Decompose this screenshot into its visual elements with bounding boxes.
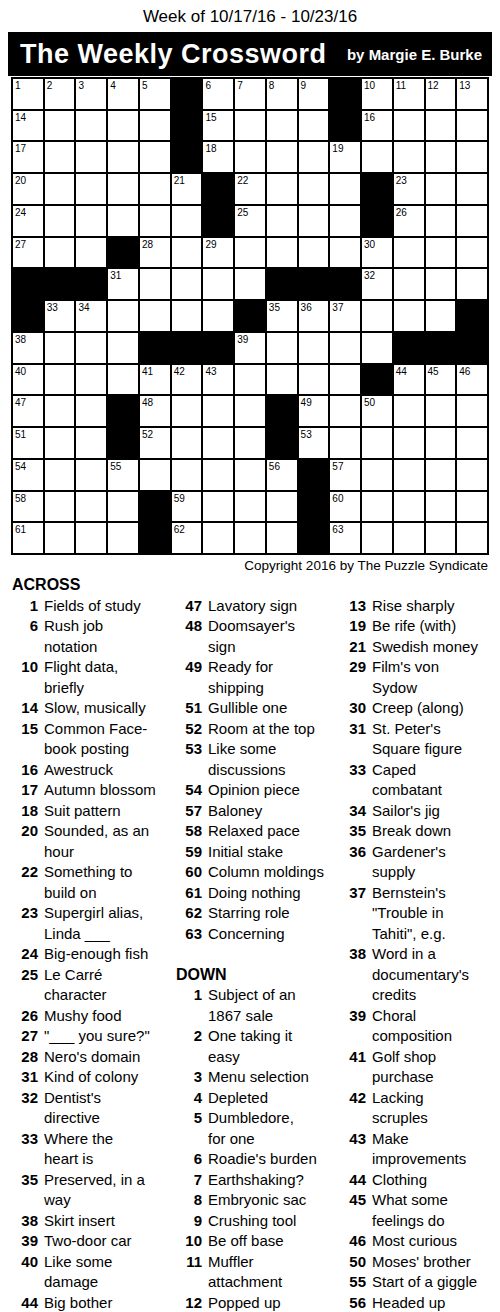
clue-item: 1Subject of an 1867 sale <box>176 985 340 1026</box>
cell-r3c7[interactable]: 18 <box>203 142 233 172</box>
black-cell <box>299 492 329 522</box>
cell-r6c12[interactable]: 30 <box>362 238 392 268</box>
cell-r2c7[interactable]: 15 <box>203 111 233 141</box>
cell-number: 29 <box>205 239 216 250</box>
cell-r3c15[interactable] <box>457 142 487 172</box>
clue-item: 31St. Peter's Square figure <box>340 719 496 760</box>
clue-text: Supergirl alias, Linda ___ <box>44 903 176 944</box>
clue-number: 39 <box>340 1006 366 1047</box>
cell-r1c4[interactable]: 4 <box>108 79 138 109</box>
cell-r13c6[interactable] <box>172 460 202 490</box>
cell-r11c5[interactable]: 48 <box>140 396 170 426</box>
cell-r5c6[interactable] <box>172 206 202 236</box>
cell-r10c3[interactable] <box>76 365 106 395</box>
cell-r2c3[interactable] <box>76 111 106 141</box>
clue-item: 29Film's von Sydow <box>340 657 496 698</box>
clue-text: Big bother <box>44 1293 176 1312</box>
cell-r8c4[interactable] <box>108 301 138 331</box>
cell-r14c11[interactable]: 60 <box>330 492 360 522</box>
cell-r8c11[interactable]: 37 <box>330 301 360 331</box>
cell-r4c11[interactable] <box>330 174 360 204</box>
cell-number: 52 <box>142 429 153 440</box>
cell-r10c10[interactable] <box>299 365 329 395</box>
clue-item: 40Like some damage <box>12 1252 176 1293</box>
cell-r2c10[interactable] <box>299 111 329 141</box>
clue-text: Be rife (with) <box>372 616 496 637</box>
cell-r7c15[interactable] <box>457 269 487 299</box>
cell-r1c10[interactable]: 9 <box>299 79 329 109</box>
cell-r14c8[interactable] <box>235 492 265 522</box>
cell-r10c9[interactable] <box>267 365 297 395</box>
cell-number: 12 <box>428 80 439 91</box>
cell-r6c13[interactable] <box>394 238 424 268</box>
cell-r10c6[interactable]: 42 <box>172 365 202 395</box>
cell-r2c1[interactable]: 14 <box>13 111 43 141</box>
cell-r5c15[interactable] <box>457 206 487 236</box>
cell-r12c6[interactable] <box>172 428 202 458</box>
cell-r15c2[interactable] <box>45 523 75 553</box>
black-cell <box>330 79 360 109</box>
clue-text: Room at the top <box>208 719 340 740</box>
down-clues-part1: 1Subject of an 1867 sale2One taking it e… <box>176 985 340 1312</box>
cell-r12c5[interactable]: 52 <box>140 428 170 458</box>
copyright-line: Copyright 2016 by The Puzzle Syndicate <box>0 558 488 573</box>
cell-r13c13[interactable] <box>394 460 424 490</box>
cell-r13c3[interactable] <box>76 460 106 490</box>
cell-r4c10[interactable] <box>299 174 329 204</box>
black-cell <box>108 428 138 458</box>
cell-r12c7[interactable] <box>203 428 233 458</box>
cell-r5c11[interactable] <box>330 206 360 236</box>
cell-r2c15[interactable] <box>457 111 487 141</box>
clue-text: St. Peter's Square figure <box>372 719 496 760</box>
cell-r15c14[interactable] <box>426 523 456 553</box>
clue-item: 10Flight data, briefly <box>12 657 176 698</box>
black-cell <box>108 396 138 426</box>
cell-r10c15[interactable]: 46 <box>457 365 487 395</box>
cell-r8c12[interactable] <box>362 301 392 331</box>
cell-r7c14[interactable] <box>426 269 456 299</box>
clue-item: 15Common Face- book posting <box>12 719 176 760</box>
cell-r9c11[interactable] <box>330 333 360 363</box>
cell-r3c3[interactable] <box>76 142 106 172</box>
black-cell <box>457 301 487 331</box>
cell-r11c11[interactable] <box>330 396 360 426</box>
black-cell <box>267 396 297 426</box>
cell-r6c7[interactable]: 29 <box>203 238 233 268</box>
cell-r14c4[interactable] <box>108 492 138 522</box>
cell-r13c4[interactable]: 55 <box>108 460 138 490</box>
clue-item: 20Sounded, as an hour <box>12 821 176 862</box>
cell-r2c4[interactable] <box>108 111 138 141</box>
cell-r11c2[interactable] <box>45 396 75 426</box>
cell-r1c2[interactable]: 2 <box>45 79 75 109</box>
cell-r3c9[interactable] <box>267 142 297 172</box>
cell-r5c8[interactable]: 25 <box>235 206 265 236</box>
clue-item: 24Big-enough fish <box>12 944 176 965</box>
cell-r10c5[interactable]: 41 <box>140 365 170 395</box>
cell-r6c2[interactable] <box>45 238 75 268</box>
cell-r11c3[interactable] <box>76 396 106 426</box>
clue-number: 23 <box>12 903 38 944</box>
cell-r9c10[interactable] <box>299 333 329 363</box>
cell-r14c7[interactable] <box>203 492 233 522</box>
cell-r1c7[interactable]: 6 <box>203 79 233 109</box>
cell-r3c8[interactable] <box>235 142 265 172</box>
cell-number: 47 <box>15 397 26 408</box>
cell-r6c6[interactable] <box>172 238 202 268</box>
cell-r8c13[interactable] <box>394 301 424 331</box>
cell-r11c13[interactable] <box>394 396 424 426</box>
clue-text: Like some damage <box>44 1252 176 1293</box>
cell-r8c7[interactable] <box>203 301 233 331</box>
black-cell <box>362 206 392 236</box>
cell-r7c12[interactable]: 32 <box>362 269 392 299</box>
black-cell <box>362 174 392 204</box>
cell-r12c11[interactable] <box>330 428 360 458</box>
cell-r14c2[interactable] <box>45 492 75 522</box>
cell-r10c13[interactable]: 44 <box>394 365 424 395</box>
clue-text: Choral composition <box>372 1006 496 1047</box>
cell-r13c12[interactable] <box>362 460 392 490</box>
clue-text: Headed up <box>372 1293 496 1312</box>
down-header: DOWN <box>176 965 340 986</box>
across-clues-part1: 1Fields of study6Rush job notation10Flig… <box>12 596 176 1312</box>
cell-number: 4 <box>110 80 116 91</box>
cell-r13c5[interactable] <box>140 460 170 490</box>
clue-item: 1Fields of study <box>12 596 176 617</box>
black-cell <box>13 301 43 331</box>
cell-r12c1[interactable]: 51 <box>13 428 43 458</box>
cell-r5c3[interactable] <box>76 206 106 236</box>
clue-number: 43 <box>340 1129 366 1170</box>
cell-r15c1[interactable]: 61 <box>13 523 43 553</box>
cell-r11c1[interactable]: 47 <box>13 396 43 426</box>
cell-r4c6[interactable]: 21 <box>172 174 202 204</box>
clue-item: 38Skirt insert <box>12 1211 176 1232</box>
cell-r8c2[interactable]: 33 <box>45 301 75 331</box>
cell-r12c10[interactable]: 53 <box>299 428 329 458</box>
clue-number: 24 <box>12 944 38 965</box>
clue-item: 58Relaxed pace <box>176 821 340 842</box>
cell-r5c5[interactable] <box>140 206 170 236</box>
cell-r3c10[interactable] <box>299 142 329 172</box>
clue-text: Relaxed pace <box>208 821 340 842</box>
cell-r14c14[interactable] <box>426 492 456 522</box>
cell-r3c5[interactable] <box>140 142 170 172</box>
cell-r9c4[interactable] <box>108 333 138 363</box>
cell-number: 21 <box>174 175 185 186</box>
clue-text: Starring role <box>208 903 340 924</box>
cell-r10c1[interactable]: 40 <box>13 365 43 395</box>
cell-r13c7[interactable] <box>203 460 233 490</box>
cell-r10c4[interactable] <box>108 365 138 395</box>
cell-number: 10 <box>364 80 375 91</box>
cell-r12c15[interactable] <box>457 428 487 458</box>
cell-r3c2[interactable] <box>45 142 75 172</box>
cell-r11c14[interactable] <box>426 396 456 426</box>
clue-text: Flight data, briefly <box>44 657 176 698</box>
cell-number: 33 <box>47 302 58 313</box>
puzzle-title: The Weekly Crossword <box>20 39 347 70</box>
cell-r13c15[interactable] <box>457 460 487 490</box>
cell-r14c13[interactable] <box>394 492 424 522</box>
cell-r15c7[interactable] <box>203 523 233 553</box>
cell-r10c7[interactable]: 43 <box>203 365 233 395</box>
cell-r8c10[interactable]: 36 <box>299 301 329 331</box>
cell-r15c15[interactable] <box>457 523 487 553</box>
clue-area: ACROSS 1Fields of study6Rush job notatio… <box>12 575 500 1312</box>
cell-r13c8[interactable] <box>235 460 265 490</box>
clue-item: 31Kind of colony <box>12 1067 176 1088</box>
cell-r3c4[interactable] <box>108 142 138 172</box>
cell-r15c6[interactable]: 62 <box>172 523 202 553</box>
cell-r6c10[interactable] <box>299 238 329 268</box>
clue-item: 39Choral composition <box>340 1006 496 1047</box>
cell-r15c11[interactable]: 63 <box>330 523 360 553</box>
cell-number: 34 <box>78 302 89 313</box>
cell-r7c5[interactable] <box>140 269 170 299</box>
cell-r7c13[interactable] <box>394 269 424 299</box>
cell-r11c6[interactable] <box>172 396 202 426</box>
cell-r7c6[interactable] <box>172 269 202 299</box>
clue-item: 30Creep (along) <box>340 698 496 719</box>
clue-item: 44Clothing <box>340 1170 496 1191</box>
cell-r4c5[interactable] <box>140 174 170 204</box>
cell-r1c12[interactable]: 10 <box>362 79 392 109</box>
cell-r15c8[interactable] <box>235 523 265 553</box>
cell-r8c3[interactable]: 34 <box>76 301 106 331</box>
cell-r3c1[interactable]: 17 <box>13 142 43 172</box>
cell-r6c3[interactable] <box>76 238 106 268</box>
cell-r15c9[interactable] <box>267 523 297 553</box>
cell-r15c3[interactable] <box>76 523 106 553</box>
cell-r4c15[interactable] <box>457 174 487 204</box>
cell-r2c9[interactable] <box>267 111 297 141</box>
cell-r5c4[interactable] <box>108 206 138 236</box>
week-label: Week of 10/17/16 - 10/23/16 <box>0 0 500 32</box>
cell-r13c9[interactable]: 56 <box>267 460 297 490</box>
cell-r4c13[interactable]: 23 <box>394 174 424 204</box>
clue-item: 10Be off base <box>176 1231 340 1252</box>
cell-r9c3[interactable] <box>76 333 106 363</box>
cell-r4c3[interactable] <box>76 174 106 204</box>
cell-r4c14[interactable] <box>426 174 456 204</box>
cell-number: 38 <box>15 334 26 345</box>
cell-r8c5[interactable] <box>140 301 170 331</box>
clue-number: 12 <box>176 1293 202 1312</box>
clue-number: 59 <box>176 842 202 863</box>
cell-r6c11[interactable] <box>330 238 360 268</box>
cell-r6c14[interactable] <box>426 238 456 268</box>
cell-number: 48 <box>142 397 153 408</box>
clue-number: 29 <box>340 657 366 698</box>
cell-r12c13[interactable] <box>394 428 424 458</box>
cell-r2c8[interactable] <box>235 111 265 141</box>
cell-r2c14[interactable] <box>426 111 456 141</box>
clue-number: 50 <box>340 1252 366 1273</box>
cell-r5c10[interactable] <box>299 206 329 236</box>
cell-r4c9[interactable] <box>267 174 297 204</box>
clue-number: 47 <box>176 596 202 617</box>
cell-r4c4[interactable] <box>108 174 138 204</box>
cell-r3c14[interactable] <box>426 142 456 172</box>
cell-r14c9[interactable] <box>267 492 297 522</box>
cell-r7c7[interactable] <box>203 269 233 299</box>
cell-r3c13[interactable] <box>394 142 424 172</box>
clue-text: Creep (along) <box>372 698 496 719</box>
cell-r1c14[interactable]: 12 <box>426 79 456 109</box>
cell-r2c5[interactable] <box>140 111 170 141</box>
cell-r10c11[interactable] <box>330 365 360 395</box>
cell-number: 18 <box>205 143 216 154</box>
cell-r9c1[interactable]: 38 <box>13 333 43 363</box>
cell-r9c9[interactable] <box>267 333 297 363</box>
clue-text: Muffler attachment <box>208 1252 340 1293</box>
clue-item: 32Dentist's directive <box>12 1088 176 1129</box>
cell-number: 57 <box>332 461 343 472</box>
clue-item: 7Earthshaking? <box>176 1170 340 1191</box>
cell-r1c13[interactable]: 11 <box>394 79 424 109</box>
cell-number: 19 <box>332 143 343 154</box>
clue-text: Sailor's jig <box>372 801 496 822</box>
black-cell <box>299 269 329 299</box>
cell-r2c2[interactable] <box>45 111 75 141</box>
cell-r10c8[interactable] <box>235 365 265 395</box>
cell-r14c6[interactable]: 59 <box>172 492 202 522</box>
cell-r15c13[interactable] <box>394 523 424 553</box>
cell-r8c6[interactable] <box>172 301 202 331</box>
cell-r13c1[interactable]: 54 <box>13 460 43 490</box>
cell-r7c4[interactable]: 31 <box>108 269 138 299</box>
cell-r12c14[interactable] <box>426 428 456 458</box>
cell-r12c2[interactable] <box>45 428 75 458</box>
cell-r11c12[interactable]: 50 <box>362 396 392 426</box>
cell-r15c4[interactable] <box>108 523 138 553</box>
clue-number: 38 <box>340 944 366 1006</box>
cell-r3c11[interactable]: 19 <box>330 142 360 172</box>
cell-r2c13[interactable] <box>394 111 424 141</box>
cell-r2c12[interactable]: 16 <box>362 111 392 141</box>
clue-item: 36Gardener's supply <box>340 842 496 883</box>
cell-r14c12[interactable] <box>362 492 392 522</box>
cell-r8c14[interactable] <box>426 301 456 331</box>
cell-number: 36 <box>301 302 312 313</box>
cell-r14c3[interactable] <box>76 492 106 522</box>
clue-item: 44Big bother <box>12 1293 176 1312</box>
cell-r6c5[interactable]: 28 <box>140 238 170 268</box>
cell-r11c7[interactable] <box>203 396 233 426</box>
clue-item: 41Golf shop purchase <box>340 1047 496 1088</box>
cell-r14c1[interactable]: 58 <box>13 492 43 522</box>
cell-r12c12[interactable] <box>362 428 392 458</box>
clue-number: 8 <box>176 1190 202 1211</box>
cell-r12c3[interactable] <box>76 428 106 458</box>
cell-r6c15[interactable] <box>457 238 487 268</box>
cell-r9c12[interactable] <box>362 333 392 363</box>
clue-text: Break down <box>372 821 496 842</box>
cell-number: 28 <box>142 239 153 250</box>
clue-number: 42 <box>340 1088 366 1129</box>
clue-text: Sounded, as an hour <box>44 821 176 862</box>
cell-r7c8[interactable] <box>235 269 265 299</box>
black-cell <box>299 523 329 553</box>
clue-item: 17Autumn blossom <box>12 780 176 801</box>
clue-number: 35 <box>340 821 366 842</box>
clue-number: 57 <box>176 801 202 822</box>
black-cell <box>457 333 487 363</box>
cell-r9c2[interactable] <box>45 333 75 363</box>
clue-text: Film's von Sydow <box>372 657 496 698</box>
cell-r8c9[interactable]: 35 <box>267 301 297 331</box>
cell-number: 31 <box>110 270 121 281</box>
clue-text: Make improvements <box>372 1129 496 1170</box>
cell-r4c1[interactable]: 20 <box>13 174 43 204</box>
cell-r15c12[interactable] <box>362 523 392 553</box>
cell-r4c8[interactable]: 22 <box>235 174 265 204</box>
cell-r13c2[interactable] <box>45 460 75 490</box>
black-cell <box>267 269 297 299</box>
cell-r12c8[interactable] <box>235 428 265 458</box>
cell-r5c13[interactable]: 26 <box>394 206 424 236</box>
clue-text: Clothing <box>372 1170 496 1191</box>
cell-r11c8[interactable] <box>235 396 265 426</box>
cell-r5c1[interactable]: 24 <box>13 206 43 236</box>
clue-number: 19 <box>340 616 366 637</box>
cell-r11c10[interactable]: 49 <box>299 396 329 426</box>
clue-item: 35Break down <box>340 821 496 842</box>
cell-r9c8[interactable]: 39 <box>235 333 265 363</box>
cell-r1c9[interactable]: 8 <box>267 79 297 109</box>
cell-r10c2[interactable] <box>45 365 75 395</box>
cell-r14c15[interactable] <box>457 492 487 522</box>
clue-text: Swedish money <box>372 637 496 658</box>
cell-r6c9[interactable] <box>267 238 297 268</box>
cell-number: 35 <box>269 302 280 313</box>
cell-r1c1[interactable]: 1 <box>13 79 43 109</box>
clue-column-1: ACROSS 1Fields of study6Rush job notatio… <box>12 575 176 1312</box>
cell-r4c2[interactable] <box>45 174 75 204</box>
cell-r6c8[interactable] <box>235 238 265 268</box>
cell-r11c15[interactable] <box>457 396 487 426</box>
cell-r6c1[interactable]: 27 <box>13 238 43 268</box>
clue-item: 57Baloney <box>176 801 340 822</box>
cell-r13c11[interactable]: 57 <box>330 460 360 490</box>
cell-number: 60 <box>332 493 343 504</box>
clue-number: 46 <box>340 1231 366 1252</box>
cell-number: 63 <box>332 524 343 535</box>
cell-r5c2[interactable] <box>45 206 75 236</box>
cell-r5c14[interactable] <box>426 206 456 236</box>
cell-number: 23 <box>396 175 407 186</box>
clue-number: 61 <box>176 883 202 904</box>
cell-r3c12[interactable] <box>362 142 392 172</box>
cell-r1c3[interactable]: 3 <box>76 79 106 109</box>
black-cell <box>76 269 106 299</box>
cell-r13c14[interactable] <box>426 460 456 490</box>
clue-item: 19Be rife (with) <box>340 616 496 637</box>
clue-item: 37Bernstein's "Trouble in Tahiti", e.g. <box>340 883 496 945</box>
cell-r5c9[interactable] <box>267 206 297 236</box>
cell-r10c14[interactable]: 45 <box>426 365 456 395</box>
cell-r1c15[interactable]: 13 <box>457 79 487 109</box>
cell-r1c5[interactable]: 5 <box>140 79 170 109</box>
cell-r1c8[interactable]: 7 <box>235 79 265 109</box>
title-banner: The Weekly Crossword by Margie E. Burke <box>8 32 492 76</box>
clue-text: Rise sharply <box>372 596 496 617</box>
clue-number: 9 <box>176 1211 202 1232</box>
clue-number: 18 <box>12 801 38 822</box>
